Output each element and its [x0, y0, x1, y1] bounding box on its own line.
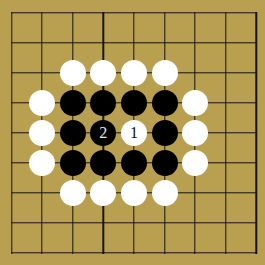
stone-white [60, 180, 86, 206]
stone-black [90, 150, 116, 176]
stone-white [29, 90, 55, 116]
stone-black [60, 90, 86, 116]
board-vline [256, 12, 257, 253]
stone-black [90, 90, 116, 116]
stone-white [29, 150, 55, 176]
stone-white [90, 180, 116, 206]
board-hline [11, 252, 257, 253]
stone-black [121, 90, 147, 116]
go-board: 21 [0, 0, 265, 265]
stone-white [60, 60, 86, 86]
stone-black [121, 150, 147, 176]
stone-black: 2 [90, 120, 116, 146]
move-number-label: 2 [99, 125, 107, 141]
stone-white [182, 120, 208, 146]
stone-white [152, 60, 178, 86]
board-hline [11, 222, 257, 223]
stone-black [60, 150, 86, 176]
stone-white [182, 150, 208, 176]
board-vline [225, 12, 226, 253]
move-number-label: 1 [130, 125, 138, 141]
stone-black [60, 120, 86, 146]
stone-black [152, 150, 178, 176]
stone-white [121, 60, 147, 86]
stone-white [121, 180, 147, 206]
stone-white [29, 120, 55, 146]
stone-white: 1 [121, 120, 147, 146]
stone-white [182, 90, 208, 116]
stone-white [152, 180, 178, 206]
stone-white [90, 60, 116, 86]
stone-black [152, 120, 178, 146]
stone-black [152, 90, 178, 116]
